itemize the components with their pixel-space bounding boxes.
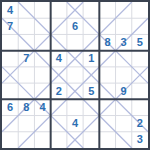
cell-r5c2[interactable] [18,67,34,83]
cell-r7c5[interactable] [67,99,83,115]
cell-r2c4[interactable] [51,18,67,34]
cell-r1c9[interactable] [132,2,148,18]
cell-r8c7[interactable] [99,116,115,132]
cell-r9c4[interactable] [51,132,67,148]
cell-r1c4[interactable] [51,2,67,18]
cell-r9c5[interactable] [67,132,83,148]
sudoku-cells-grid[interactable]: 476835741259684423 [2,2,148,148]
cell-r3c5[interactable] [67,34,83,50]
cell-r2c6[interactable] [83,18,99,34]
cell-r8c1[interactable] [2,116,18,132]
given-cell-r3c7[interactable]: 8 [99,34,115,50]
given-cell-r6c6[interactable]: 5 [83,83,99,99]
given-cell-r7c2[interactable]: 8 [18,99,34,115]
cell-r4c7[interactable] [99,51,115,67]
cell-r1c5[interactable] [67,2,83,18]
given-cell-r8c9[interactable]: 2 [132,116,148,132]
cell-r6c9[interactable] [132,83,148,99]
cell-r1c2[interactable] [18,2,34,18]
cell-r1c7[interactable] [99,2,115,18]
cell-r2c3[interactable] [34,18,50,34]
cell-r3c4[interactable] [51,34,67,50]
given-cell-r4c6[interactable]: 1 [83,51,99,67]
cell-r5c1[interactable] [2,67,18,83]
cell-r1c3[interactable] [34,2,50,18]
cell-r4c8[interactable] [116,51,132,67]
cell-r2c9[interactable] [132,18,148,34]
cell-r1c6[interactable] [83,2,99,18]
cell-r7c8[interactable] [116,99,132,115]
cell-r8c4[interactable] [51,116,67,132]
given-cell-r9c9[interactable]: 3 [132,132,148,148]
cell-r7c4[interactable] [51,99,67,115]
cell-r4c3[interactable] [34,51,50,67]
given-cell-r3c8[interactable]: 3 [116,34,132,50]
cell-r2c7[interactable] [99,18,115,34]
cell-r9c1[interactable] [2,132,18,148]
cell-r9c2[interactable] [18,132,34,148]
given-cell-r4c2[interactable]: 7 [18,51,34,67]
cell-r6c2[interactable] [18,83,34,99]
cell-r8c6[interactable] [83,116,99,132]
given-cell-r2c5[interactable]: 6 [67,18,83,34]
given-cell-r6c8[interactable]: 9 [116,83,132,99]
cell-r3c3[interactable] [34,34,50,50]
cell-r4c5[interactable] [67,51,83,67]
cell-r8c3[interactable] [34,116,50,132]
given-cell-r4c4[interactable]: 4 [51,51,67,67]
cell-r5c4[interactable] [51,67,67,83]
cell-r1c8[interactable] [116,2,132,18]
cell-r7c9[interactable] [132,99,148,115]
sudoku-board: 476835741259684423 [0,0,150,150]
cell-r6c3[interactable] [34,83,50,99]
cell-r6c5[interactable] [67,83,83,99]
cell-r9c8[interactable] [116,132,132,148]
cell-r9c7[interactable] [99,132,115,148]
given-cell-r8c5[interactable]: 4 [67,116,83,132]
cell-r5c5[interactable] [67,67,83,83]
given-cell-r7c3[interactable]: 4 [34,99,50,115]
cell-r8c8[interactable] [116,116,132,132]
cell-r5c8[interactable] [116,67,132,83]
cell-r5c9[interactable] [132,67,148,83]
cell-r4c1[interactable] [2,51,18,67]
cell-r5c7[interactable] [99,67,115,83]
cell-r4c9[interactable] [132,51,148,67]
cell-r6c1[interactable] [2,83,18,99]
cell-r3c6[interactable] [83,34,99,50]
cell-r3c2[interactable] [18,34,34,50]
given-cell-r7c1[interactable]: 6 [2,99,18,115]
cell-r8c2[interactable] [18,116,34,132]
cell-r2c2[interactable] [18,18,34,34]
cell-r6c7[interactable] [99,83,115,99]
cell-r9c3[interactable] [34,132,50,148]
given-cell-r2c1[interactable]: 7 [2,18,18,34]
cell-r5c6[interactable] [83,67,99,83]
cell-r3c1[interactable] [2,34,18,50]
cell-r2c8[interactable] [116,18,132,34]
cell-r7c6[interactable] [83,99,99,115]
cell-r5c3[interactable] [34,67,50,83]
given-cell-r6c4[interactable]: 2 [51,83,67,99]
cell-r9c6[interactable] [83,132,99,148]
given-cell-r1c1[interactable]: 4 [2,2,18,18]
given-cell-r3c9[interactable]: 5 [132,34,148,50]
cell-r7c7[interactable] [99,99,115,115]
